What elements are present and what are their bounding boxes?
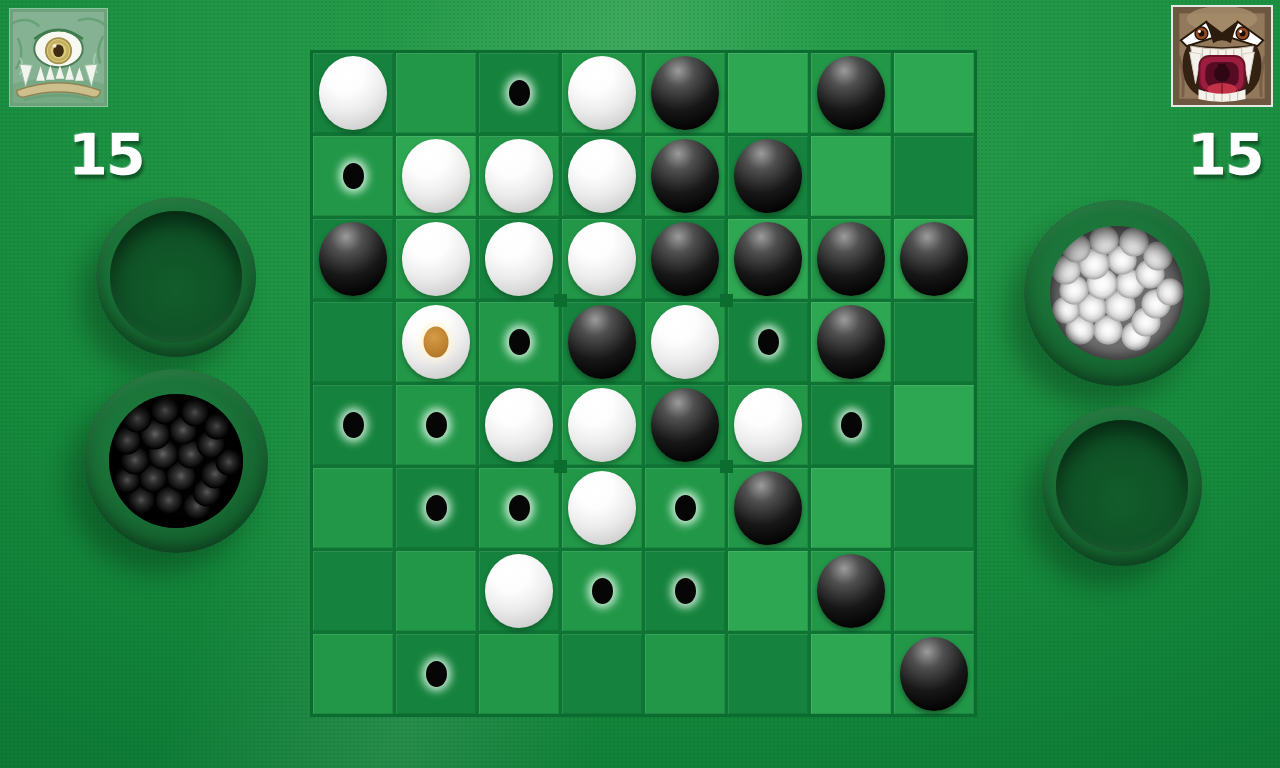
cell-a2[interactable] (313, 136, 393, 216)
cell-d7[interactable] (562, 551, 642, 631)
black-disc (734, 471, 802, 545)
black-disc (817, 305, 885, 379)
legal-move-hint-dot (675, 578, 696, 604)
cell-a1[interactable] (313, 53, 393, 133)
cell-f5[interactable] (728, 385, 808, 465)
white-discs-bowl (1024, 200, 1210, 386)
cell-e3[interactable] (645, 219, 725, 299)
cell-g8[interactable] (811, 634, 891, 714)
cell-b2[interactable] (396, 136, 476, 216)
cell-a7[interactable] (313, 551, 393, 631)
cell-b1[interactable] (396, 53, 476, 133)
legal-move-hint-dot (426, 412, 447, 438)
cell-c2[interactable] (479, 136, 559, 216)
player-left-avatar (9, 8, 108, 107)
cell-e8[interactable] (645, 634, 725, 714)
cell-a6[interactable] (313, 468, 393, 548)
game-screen: 15 15 (0, 0, 1280, 768)
white-disc (651, 305, 719, 379)
cell-h7[interactable] (894, 551, 974, 631)
legal-move-hint-dot (509, 329, 530, 355)
cell-d5[interactable] (562, 385, 642, 465)
white-disc (568, 388, 636, 462)
black-disc (734, 222, 802, 296)
cell-f8[interactable] (728, 634, 808, 714)
cell-g1[interactable] (811, 53, 891, 133)
legal-move-hint-dot (509, 495, 530, 521)
white-disc (485, 554, 553, 628)
white-disc (568, 222, 636, 296)
cell-d8[interactable] (562, 634, 642, 714)
legal-move-hint-dot (343, 163, 364, 189)
cell-g2[interactable] (811, 136, 891, 216)
white-disc (568, 139, 636, 213)
black-disc (319, 222, 387, 296)
cell-g6[interactable] (811, 468, 891, 548)
cell-e5[interactable] (645, 385, 725, 465)
reversi-board[interactable] (310, 50, 977, 717)
black-disc (651, 222, 719, 296)
white-disc (734, 388, 802, 462)
cell-f6[interactable] (728, 468, 808, 548)
cell-c8[interactable] (479, 634, 559, 714)
cell-e7[interactable] (645, 551, 725, 631)
last-move-marker (424, 327, 449, 358)
cell-h8[interactable] (894, 634, 974, 714)
cell-c7[interactable] (479, 551, 559, 631)
legal-move-hint-dot (426, 661, 447, 687)
cell-c5[interactable] (479, 385, 559, 465)
cell-h1[interactable] (894, 53, 974, 133)
cell-b7[interactable] (396, 551, 476, 631)
cell-a4[interactable] (313, 302, 393, 382)
player-right-avatar (1171, 5, 1273, 107)
legal-move-hint-dot (426, 495, 447, 521)
cell-e1[interactable] (645, 53, 725, 133)
legal-move-hint-dot (758, 329, 779, 355)
board-star-point (720, 294, 733, 307)
black-disc (651, 388, 719, 462)
legal-move-hint-dot (509, 80, 530, 106)
cell-e2[interactable] (645, 136, 725, 216)
cell-f3[interactable] (728, 219, 808, 299)
cell-b6[interactable] (396, 468, 476, 548)
white-disc (402, 305, 470, 379)
legal-move-hint-dot (592, 578, 613, 604)
black-disc (900, 222, 968, 296)
cell-h4[interactable] (894, 302, 974, 382)
bowl-cavity (1056, 420, 1187, 551)
cell-b8[interactable] (396, 634, 476, 714)
cell-h6[interactable] (894, 468, 974, 548)
cell-f7[interactable] (728, 551, 808, 631)
player-left-score: 15 (36, 122, 176, 188)
cell-c4[interactable] (479, 302, 559, 382)
white-disc (568, 471, 636, 545)
left-empty-bowl (96, 197, 256, 357)
black-disc (651, 139, 719, 213)
cell-a3[interactable] (313, 219, 393, 299)
cell-c1[interactable] (479, 53, 559, 133)
cell-d2[interactable] (562, 136, 642, 216)
white-disc (402, 222, 470, 296)
white-disc (568, 56, 636, 130)
cell-a8[interactable] (313, 634, 393, 714)
cell-b3[interactable] (396, 219, 476, 299)
black-disc (568, 305, 636, 379)
bowl-cavity (110, 211, 241, 342)
cell-d6[interactable] (562, 468, 642, 548)
black-disc (817, 554, 885, 628)
black-disc-pile (109, 394, 243, 528)
cell-h5[interactable] (894, 385, 974, 465)
cell-c6[interactable] (479, 468, 559, 548)
cell-b5[interactable] (396, 385, 476, 465)
cell-a5[interactable] (313, 385, 393, 465)
white-disc (402, 139, 470, 213)
cell-b4[interactable] (396, 302, 476, 382)
player-right-score: 15 (1155, 122, 1280, 188)
cell-h2[interactable] (894, 136, 974, 216)
white-disc-pile (1050, 226, 1184, 360)
black-disc (900, 637, 968, 711)
white-disc (485, 139, 553, 213)
cell-f4[interactable] (728, 302, 808, 382)
black-disc (817, 222, 885, 296)
black-disc (817, 56, 885, 130)
board-star-point (554, 460, 567, 473)
white-disc (485, 388, 553, 462)
cell-f1[interactable] (728, 53, 808, 133)
black-discs-bowl (84, 369, 268, 553)
cell-e4[interactable] (645, 302, 725, 382)
white-disc (485, 222, 553, 296)
cell-d3[interactable] (562, 219, 642, 299)
cell-f2[interactable] (728, 136, 808, 216)
cell-g4[interactable] (811, 302, 891, 382)
black-disc (734, 139, 802, 213)
legal-move-hint-dot (675, 495, 696, 521)
cell-d1[interactable] (562, 53, 642, 133)
right-empty-bowl (1042, 406, 1202, 566)
black-disc (651, 56, 719, 130)
cell-c3[interactable] (479, 219, 559, 299)
cell-g5[interactable] (811, 385, 891, 465)
brown-monster-icon (1173, 7, 1271, 105)
cell-d4[interactable] (562, 302, 642, 382)
green-monster-icon (10, 9, 107, 106)
legal-move-hint-dot (841, 412, 862, 438)
legal-move-hint-dot (343, 412, 364, 438)
board-star-point (720, 460, 733, 473)
board-star-point (554, 294, 567, 307)
cell-g3[interactable] (811, 219, 891, 299)
cell-h3[interactable] (894, 219, 974, 299)
cell-e6[interactable] (645, 468, 725, 548)
white-disc (319, 56, 387, 130)
cell-g7[interactable] (811, 551, 891, 631)
